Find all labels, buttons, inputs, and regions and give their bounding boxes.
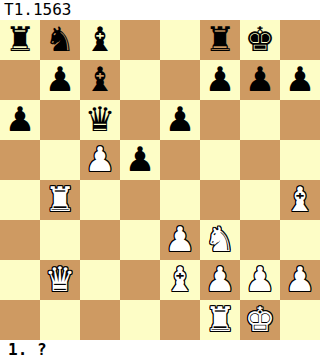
black-rook-piece[interactable]: ♜ xyxy=(5,20,35,59)
square-e2[interactable]: ♝ xyxy=(160,260,200,300)
square-d5[interactable]: ♟ xyxy=(120,140,160,180)
square-a8[interactable]: ♜ xyxy=(0,20,40,60)
black-bishop-piece[interactable]: ♝ xyxy=(85,20,115,59)
square-a7[interactable] xyxy=(0,60,40,100)
black-pawn-piece[interactable]: ♟ xyxy=(165,100,195,139)
square-a1[interactable] xyxy=(0,300,40,340)
black-knight-piece[interactable]: ♞ xyxy=(45,20,75,59)
square-d3[interactable] xyxy=(120,220,160,260)
square-h8[interactable] xyxy=(280,20,320,60)
square-b1[interactable] xyxy=(40,300,80,340)
square-h1[interactable] xyxy=(280,300,320,340)
square-f1[interactable]: ♜ xyxy=(200,300,240,340)
black-pawn-piece[interactable]: ♟ xyxy=(125,140,155,179)
square-e7[interactable] xyxy=(160,60,200,100)
square-g4[interactable] xyxy=(240,180,280,220)
square-e6[interactable]: ♟ xyxy=(160,100,200,140)
square-b8[interactable]: ♞ xyxy=(40,20,80,60)
square-b3[interactable] xyxy=(40,220,80,260)
white-bishop-piece[interactable]: ♝ xyxy=(285,180,315,219)
black-pawn-piece[interactable]: ♟ xyxy=(5,100,35,139)
square-c4[interactable] xyxy=(80,180,120,220)
square-g5[interactable] xyxy=(240,140,280,180)
square-h7[interactable]: ♟ xyxy=(280,60,320,100)
square-d4[interactable] xyxy=(120,180,160,220)
square-b6[interactable] xyxy=(40,100,80,140)
square-h2[interactable]: ♟ xyxy=(280,260,320,300)
white-queen-piece[interactable]: ♛ xyxy=(45,260,75,299)
square-c8[interactable]: ♝ xyxy=(80,20,120,60)
square-c2[interactable] xyxy=(80,260,120,300)
square-f5[interactable] xyxy=(200,140,240,180)
square-c1[interactable] xyxy=(80,300,120,340)
black-pawn-piece[interactable]: ♟ xyxy=(205,60,235,99)
square-h5[interactable] xyxy=(280,140,320,180)
white-pawn-piece[interactable]: ♟ xyxy=(205,260,235,299)
square-d2[interactable] xyxy=(120,260,160,300)
white-king-piece[interactable]: ♚ xyxy=(245,300,275,339)
square-a5[interactable] xyxy=(0,140,40,180)
square-e1[interactable] xyxy=(160,300,200,340)
white-knight-piece[interactable]: ♞ xyxy=(205,220,235,259)
square-g3[interactable] xyxy=(240,220,280,260)
white-pawn-piece[interactable]: ♟ xyxy=(85,140,115,179)
white-rook-piece[interactable]: ♜ xyxy=(45,180,75,219)
move-prompt: 1. ? xyxy=(0,340,320,360)
square-h6[interactable] xyxy=(280,100,320,140)
black-bishop-piece[interactable]: ♝ xyxy=(85,60,115,99)
white-bishop-piece[interactable]: ♝ xyxy=(165,260,195,299)
square-h3[interactable] xyxy=(280,220,320,260)
square-b4[interactable]: ♜ xyxy=(40,180,80,220)
square-c6[interactable]: ♛ xyxy=(80,100,120,140)
white-pawn-piece[interactable]: ♟ xyxy=(165,220,195,259)
square-c7[interactable]: ♝ xyxy=(80,60,120,100)
square-a6[interactable]: ♟ xyxy=(0,100,40,140)
chess-board: ♜♞♝♜♚♟♝♟♟♟♟♛♟♟♟♜♝♟♞♛♝♟♟♟♜♚ xyxy=(0,20,320,340)
square-f3[interactable]: ♞ xyxy=(200,220,240,260)
square-e4[interactable] xyxy=(160,180,200,220)
black-pawn-piece[interactable]: ♟ xyxy=(285,60,315,99)
square-b7[interactable]: ♟ xyxy=(40,60,80,100)
black-pawn-piece[interactable]: ♟ xyxy=(245,60,275,99)
black-rook-piece[interactable]: ♜ xyxy=(205,20,235,59)
square-d6[interactable] xyxy=(120,100,160,140)
square-f6[interactable] xyxy=(200,100,240,140)
square-e3[interactable]: ♟ xyxy=(160,220,200,260)
square-g2[interactable]: ♟ xyxy=(240,260,280,300)
square-f2[interactable]: ♟ xyxy=(200,260,240,300)
square-f7[interactable]: ♟ xyxy=(200,60,240,100)
square-g6[interactable] xyxy=(240,100,280,140)
square-c3[interactable] xyxy=(80,220,120,260)
square-a2[interactable] xyxy=(0,260,40,300)
white-pawn-piece[interactable]: ♟ xyxy=(245,260,275,299)
black-king-piece[interactable]: ♚ xyxy=(245,20,275,59)
square-b2[interactable]: ♛ xyxy=(40,260,80,300)
square-d7[interactable] xyxy=(120,60,160,100)
square-a3[interactable] xyxy=(0,220,40,260)
puzzle-title: T1.1563 xyxy=(0,0,320,20)
white-pawn-piece[interactable]: ♟ xyxy=(285,260,315,299)
square-a4[interactable] xyxy=(0,180,40,220)
square-c5[interactable]: ♟ xyxy=(80,140,120,180)
white-rook-piece[interactable]: ♜ xyxy=(205,300,235,339)
square-d1[interactable] xyxy=(120,300,160,340)
square-g8[interactable]: ♚ xyxy=(240,20,280,60)
black-pawn-piece[interactable]: ♟ xyxy=(45,60,75,99)
square-g7[interactable]: ♟ xyxy=(240,60,280,100)
square-e5[interactable] xyxy=(160,140,200,180)
square-h4[interactable]: ♝ xyxy=(280,180,320,220)
square-f8[interactable]: ♜ xyxy=(200,20,240,60)
square-b5[interactable] xyxy=(40,140,80,180)
square-e8[interactable] xyxy=(160,20,200,60)
black-queen-piece[interactable]: ♛ xyxy=(85,100,115,139)
square-g1[interactable]: ♚ xyxy=(240,300,280,340)
chess-puzzle-app: T1.1563 ♜♞♝♜♚♟♝♟♟♟♟♛♟♟♟♜♝♟♞♛♝♟♟♟♜♚ 1. ? xyxy=(0,0,320,360)
square-f4[interactable] xyxy=(200,180,240,220)
square-d8[interactable] xyxy=(120,20,160,60)
